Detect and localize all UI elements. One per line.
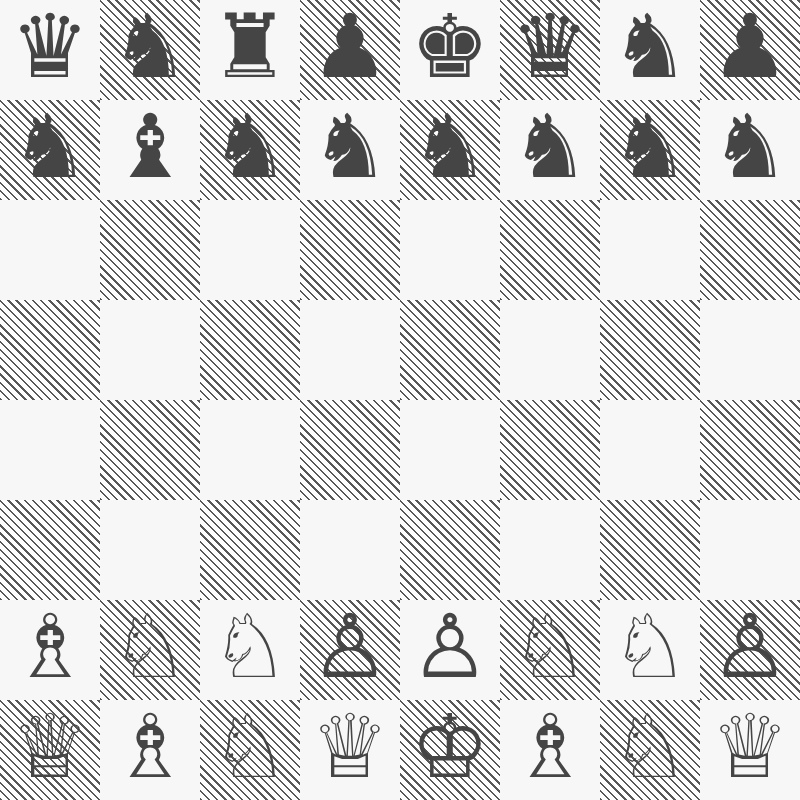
square-e7[interactable]: ♞ (400, 100, 500, 200)
white-king-piece: ♔ (411, 697, 490, 797)
white-knight-piece: ♘ (211, 697, 290, 797)
black-knight-piece: ♞ (111, 0, 190, 97)
square-e6[interactable] (400, 200, 500, 300)
square-b2[interactable]: ♘ (100, 600, 200, 700)
square-a8[interactable]: ♛ (0, 0, 100, 100)
square-a1[interactable]: ♕ (0, 700, 100, 800)
white-knight-piece: ♘ (111, 597, 190, 697)
black-knight-piece: ♞ (611, 0, 690, 97)
square-f8[interactable]: ♛ (500, 0, 600, 100)
square-d4[interactable] (300, 400, 400, 500)
black-bishop-piece: ♝ (111, 97, 190, 197)
black-knight-piece: ♞ (11, 97, 90, 197)
black-knight-piece: ♞ (511, 97, 590, 197)
square-d6[interactable] (300, 200, 400, 300)
square-c3[interactable] (200, 500, 300, 600)
square-g1[interactable]: ♘ (600, 700, 700, 800)
square-f5[interactable] (500, 300, 600, 400)
square-d2[interactable]: ♙ (300, 600, 400, 700)
white-queen-piece: ♕ (711, 697, 790, 797)
black-knight-piece: ♞ (311, 97, 390, 197)
black-queen-piece: ♛ (511, 0, 590, 97)
white-pawn-piece: ♙ (711, 597, 790, 697)
square-c7[interactable]: ♞ (200, 100, 300, 200)
square-a5[interactable] (0, 300, 100, 400)
white-bishop-piece: ♗ (111, 697, 190, 797)
white-knight-piece: ♘ (611, 697, 690, 797)
square-c6[interactable] (200, 200, 300, 300)
square-b3[interactable] (100, 500, 200, 600)
square-c8[interactable]: ♜ (200, 0, 300, 100)
white-knight-piece: ♘ (611, 597, 690, 697)
square-g4[interactable] (600, 400, 700, 500)
square-h2[interactable]: ♙ (700, 600, 800, 700)
square-a7[interactable]: ♞ (0, 100, 100, 200)
square-d7[interactable]: ♞ (300, 100, 400, 200)
square-h7[interactable]: ♞ (700, 100, 800, 200)
square-d8[interactable]: ♟ (300, 0, 400, 100)
square-c1[interactable]: ♘ (200, 700, 300, 800)
square-g8[interactable]: ♞ (600, 0, 700, 100)
black-pawn-piece: ♟ (711, 0, 790, 97)
black-knight-piece: ♞ (611, 97, 690, 197)
white-pawn-piece: ♙ (411, 597, 490, 697)
square-g7[interactable]: ♞ (600, 100, 700, 200)
square-b7[interactable]: ♝ (100, 100, 200, 200)
square-f4[interactable] (500, 400, 600, 500)
square-g3[interactable] (600, 500, 700, 600)
square-b1[interactable]: ♗ (100, 700, 200, 800)
square-f2[interactable]: ♘ (500, 600, 600, 700)
square-d1[interactable]: ♕ (300, 700, 400, 800)
square-d3[interactable] (300, 500, 400, 600)
square-f3[interactable] (500, 500, 600, 600)
square-h6[interactable] (700, 200, 800, 300)
white-bishop-piece: ♗ (511, 697, 590, 797)
square-f7[interactable]: ♞ (500, 100, 600, 200)
square-b4[interactable] (100, 400, 200, 500)
black-rook-piece: ♜ (211, 0, 290, 97)
square-e4[interactable] (400, 400, 500, 500)
square-a3[interactable] (0, 500, 100, 600)
black-knight-piece: ♞ (711, 97, 790, 197)
black-pawn-piece: ♟ (311, 0, 390, 97)
square-e2[interactable]: ♙ (400, 600, 500, 700)
square-c5[interactable] (200, 300, 300, 400)
square-g6[interactable] (600, 200, 700, 300)
black-king-piece: ♚ (411, 0, 490, 97)
white-knight-piece: ♘ (211, 597, 290, 697)
square-h3[interactable] (700, 500, 800, 600)
black-queen-piece: ♛ (11, 0, 90, 97)
square-h5[interactable] (700, 300, 800, 400)
square-a4[interactable] (0, 400, 100, 500)
square-f1[interactable]: ♗ (500, 700, 600, 800)
square-g2[interactable]: ♘ (600, 600, 700, 700)
square-h4[interactable] (700, 400, 800, 500)
white-queen-piece: ♕ (11, 697, 90, 797)
square-b5[interactable] (100, 300, 200, 400)
square-f6[interactable] (500, 200, 600, 300)
black-knight-piece: ♞ (411, 97, 490, 197)
square-h8[interactable]: ♟ (700, 0, 800, 100)
square-c4[interactable] (200, 400, 300, 500)
square-e5[interactable] (400, 300, 500, 400)
square-e8[interactable]: ♚ (400, 0, 500, 100)
square-b8[interactable]: ♞ (100, 0, 200, 100)
square-a2[interactable]: ♗ (0, 600, 100, 700)
black-knight-piece: ♞ (211, 97, 290, 197)
white-queen-piece: ♕ (311, 697, 390, 797)
square-a6[interactable] (0, 200, 100, 300)
square-h1[interactable]: ♕ (700, 700, 800, 800)
chess-board: ♛♞♜♟♚♛♞♟♞♝♞♞♞♞♞♞♗♘♘♙♙♘♘♙♕♗♘♕♔♗♘♕ (0, 0, 800, 800)
square-b6[interactable] (100, 200, 200, 300)
square-d5[interactable] (300, 300, 400, 400)
square-g5[interactable] (600, 300, 700, 400)
white-knight-piece: ♘ (511, 597, 590, 697)
square-e3[interactable] (400, 500, 500, 600)
square-c2[interactable]: ♘ (200, 600, 300, 700)
square-e1[interactable]: ♔ (400, 700, 500, 800)
white-pawn-piece: ♙ (311, 597, 390, 697)
white-bishop-piece: ♗ (11, 597, 90, 697)
